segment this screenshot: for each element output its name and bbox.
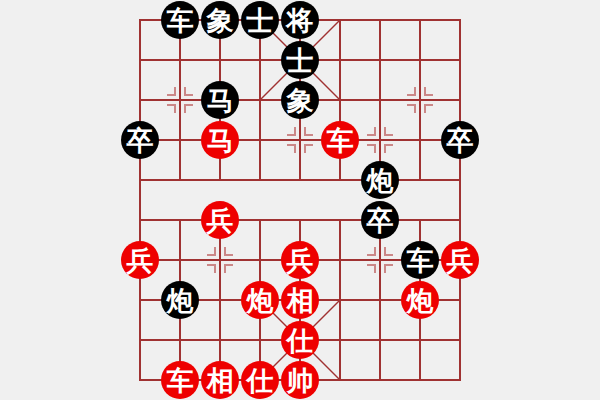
piece-black-soldier[interactable]: 卒 [361, 201, 399, 239]
piece-red-soldier[interactable]: 兵 [281, 241, 319, 279]
piece-red-chariot[interactable]: 车 [321, 121, 359, 159]
piece-black-elephant[interactable]: 象 [281, 81, 319, 119]
piece-red-cannon[interactable]: 炮 [401, 281, 439, 319]
piece-black-elephant[interactable]: 象 [201, 1, 239, 39]
piece-red-soldier[interactable]: 兵 [121, 241, 159, 279]
piece-red-cannon[interactable]: 炮 [241, 281, 279, 319]
piece-black-advisor[interactable]: 士 [281, 41, 319, 79]
pieces-layer: 车象士将士马象卒卒炮卒车炮马车兵兵兵兵炮相炮仕车相仕帅 [0, 0, 600, 400]
piece-red-advisor[interactable]: 仕 [241, 361, 279, 399]
piece-black-advisor[interactable]: 士 [241, 1, 279, 39]
piece-red-chariot[interactable]: 车 [161, 361, 199, 399]
xiangqi-board[interactable]: 车象士将士马象卒卒炮卒车炮马车兵兵兵兵炮相炮仕车相仕帅 [0, 0, 600, 400]
piece-red-soldier[interactable]: 兵 [201, 201, 239, 239]
piece-red-general[interactable]: 帅 [281, 361, 319, 399]
piece-black-soldier[interactable]: 卒 [441, 121, 479, 159]
piece-black-cannon[interactable]: 炮 [161, 281, 199, 319]
piece-black-horse[interactable]: 马 [201, 81, 239, 119]
piece-black-chariot[interactable]: 车 [161, 1, 199, 39]
piece-red-advisor[interactable]: 仕 [281, 321, 319, 359]
piece-black-general[interactable]: 将 [281, 1, 319, 39]
piece-red-elephant[interactable]: 相 [201, 361, 239, 399]
piece-black-chariot[interactable]: 车 [401, 241, 439, 279]
piece-red-soldier[interactable]: 兵 [441, 241, 479, 279]
piece-black-cannon[interactable]: 炮 [361, 161, 399, 199]
piece-black-soldier[interactable]: 卒 [121, 121, 159, 159]
piece-red-horse[interactable]: 马 [201, 121, 239, 159]
piece-red-elephant[interactable]: 相 [281, 281, 319, 319]
